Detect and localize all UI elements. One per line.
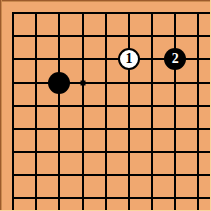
intersection-9-1 <box>187 1 211 24</box>
intersection-8-9 <box>164 187 187 211</box>
intersection-4-4 <box>71 71 94 94</box>
intersection-9-9 <box>187 187 211 211</box>
intersection-3-3 <box>48 48 71 71</box>
intersection-4-6 <box>71 117 94 140</box>
white-stone-1: 1 <box>118 48 140 70</box>
intersection-6-5 <box>117 94 140 117</box>
intersection-8-5 <box>164 94 187 117</box>
intersection-3-7 <box>48 141 71 164</box>
intersection-9-3 <box>187 48 211 71</box>
intersection-6-6 <box>117 117 140 140</box>
intersection-7-9 <box>141 187 164 211</box>
intersection-1-7 <box>1 141 24 164</box>
intersection-5-2 <box>94 25 117 48</box>
intersection-1-8 <box>1 164 24 187</box>
intersection-8-6 <box>164 117 187 140</box>
intersection-2-7 <box>25 141 48 164</box>
board-frame-bottom-light <box>0 210 211 211</box>
intersection-6-1 <box>117 1 140 24</box>
intersection-5-4 <box>94 71 117 94</box>
intersection-5-9 <box>94 187 117 211</box>
intersection-1-2 <box>1 25 24 48</box>
intersection-3-4 <box>48 71 71 94</box>
intersection-3-8 <box>48 164 71 187</box>
intersection-1-3 <box>1 48 24 71</box>
intersection-4-5 <box>71 94 94 117</box>
intersection-5-8 <box>94 164 117 187</box>
intersection-6-8 <box>117 164 140 187</box>
intersection-1-5 <box>1 94 24 117</box>
intersection-8-2 <box>164 25 187 48</box>
intersection-3-6 <box>48 117 71 140</box>
intersection-3-5 <box>48 94 71 117</box>
intersection-2-5 <box>25 94 48 117</box>
intersection-8-8 <box>164 164 187 187</box>
intersection-9-5 <box>187 94 211 117</box>
intersection-2-8 <box>25 164 48 187</box>
intersection-3-9 <box>48 187 71 211</box>
intersection-9-7 <box>187 141 211 164</box>
intersection-4-3 <box>71 48 94 71</box>
intersection-8-4 <box>164 71 187 94</box>
intersection-9-8 <box>187 164 211 187</box>
intersection-9-4 <box>187 71 211 94</box>
intersection-8-7 <box>164 141 187 164</box>
intersection-8-1 <box>164 1 187 24</box>
intersection-7-1 <box>141 1 164 24</box>
intersection-2-9 <box>25 187 48 211</box>
go-diagram: 12 <box>0 0 211 211</box>
intersection-7-2 <box>141 25 164 48</box>
intersection-5-3 <box>94 48 117 71</box>
board-frame-right-light <box>210 0 211 211</box>
intersection-6-2 <box>117 25 140 48</box>
intersection-1-4 <box>1 71 24 94</box>
intersection-4-8 <box>71 164 94 187</box>
intersection-7-3 <box>141 48 164 71</box>
intersection-9-6 <box>187 117 211 140</box>
intersection-4-2 <box>71 25 94 48</box>
intersection-7-5 <box>141 94 164 117</box>
intersection-2-2 <box>25 25 48 48</box>
intersection-5-1 <box>94 1 117 24</box>
intersection-2-4 <box>25 71 48 94</box>
intersection-3-1 <box>48 1 71 24</box>
intersection-2-3 <box>25 48 48 71</box>
black-stone <box>48 72 70 94</box>
intersection-8-3: 2 <box>164 48 187 71</box>
board-frame-top-mid <box>0 1 211 2</box>
hoshi-marker <box>80 80 85 85</box>
intersection-4-9 <box>71 187 94 211</box>
intersection-6-4 <box>117 71 140 94</box>
board-frame-left-mid <box>1 0 2 211</box>
intersection-5-7 <box>94 141 117 164</box>
intersection-7-7 <box>141 141 164 164</box>
intersection-7-8 <box>141 164 164 187</box>
black-stone-2: 2 <box>164 48 186 70</box>
intersection-1-9 <box>1 187 24 211</box>
intersection-4-7 <box>71 141 94 164</box>
intersection-2-1 <box>25 1 48 24</box>
intersection-4-1 <box>71 1 94 24</box>
intersection-3-2 <box>48 25 71 48</box>
intersection-5-5 <box>94 94 117 117</box>
go-board: 12 <box>1 1 211 211</box>
intersection-1-6 <box>1 117 24 140</box>
intersection-6-7 <box>117 141 140 164</box>
intersection-2-6 <box>25 117 48 140</box>
intersection-1-1 <box>1 1 24 24</box>
intersection-5-6 <box>94 117 117 140</box>
intersection-6-9 <box>117 187 140 211</box>
intersection-7-4 <box>141 71 164 94</box>
intersection-9-2 <box>187 25 211 48</box>
intersection-7-6 <box>141 117 164 140</box>
intersection-6-3: 1 <box>117 48 140 71</box>
